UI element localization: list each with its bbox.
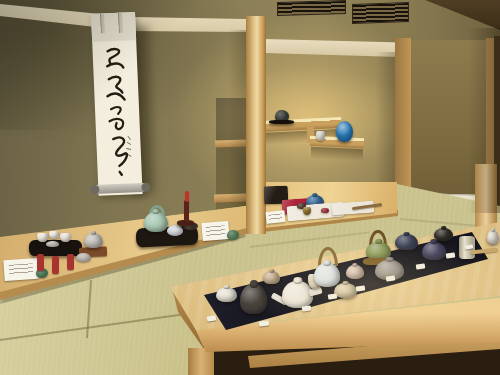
pink-teapot — [346, 265, 364, 279]
dobin-teapot — [314, 263, 340, 287]
celadon-teapot — [144, 212, 168, 232]
white-dish — [46, 241, 59, 247]
name-label-7 — [416, 263, 426, 269]
glass-cup — [316, 131, 325, 141]
white-teapot-edge — [487, 230, 499, 244]
shelf-tray — [269, 120, 294, 124]
houhin-white — [216, 287, 237, 302]
blue-vase — [336, 121, 353, 142]
tray-leg-3 — [67, 254, 74, 270]
green-ornament-2 — [227, 230, 239, 240]
props-layer — [0, 0, 500, 375]
candle-stem — [184, 200, 189, 222]
silver-teapot — [84, 233, 103, 248]
small-bowl — [76, 253, 91, 262]
red-item — [321, 208, 329, 213]
info-card-2 — [201, 221, 229, 241]
tray-leg-1 — [37, 254, 44, 271]
name-label-8 — [446, 252, 456, 258]
tan-teapot — [263, 271, 280, 284]
red-candle — [185, 191, 189, 202]
info-card-3 — [265, 210, 285, 224]
tray-leg-2 — [52, 256, 59, 274]
white-cup-1 — [37, 233, 48, 242]
cream-teapot — [334, 283, 357, 298]
name-label-6 — [386, 275, 396, 281]
name-label-5 — [356, 285, 366, 291]
tea-room-photo: 和敬清寂 — [0, 0, 500, 375]
gold-tin — [303, 207, 311, 215]
name-label-2 — [259, 320, 270, 326]
name-label-3 — [302, 305, 312, 311]
navy-teapot-2 — [422, 242, 446, 260]
white-cup-2 — [49, 231, 59, 239]
info-card-1 — [3, 258, 38, 281]
black-teapot — [434, 228, 453, 241]
name-label-1 — [207, 315, 217, 321]
name-label-4 — [328, 293, 338, 299]
blue-white-bowl — [167, 225, 183, 236]
navy-teapot-1 — [395, 234, 418, 250]
white-cup-3 — [60, 233, 71, 242]
rustic-dark-teapot — [240, 284, 267, 314]
